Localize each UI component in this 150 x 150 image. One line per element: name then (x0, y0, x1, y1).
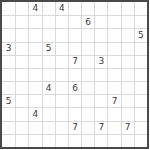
clue-cell-r6-c5: 6 (68, 81, 81, 94)
empty-cell-r10-c1[interactable] (15, 134, 28, 147)
empty-cell-r5-c1[interactable] (15, 68, 28, 81)
empty-cell-r0-c10[interactable] (134, 2, 147, 15)
empty-cell-r5-c9[interactable] (121, 68, 134, 81)
empty-cell-r10-c4[interactable] (55, 134, 68, 147)
empty-cell-r2-c4[interactable] (55, 28, 68, 41)
empty-cell-r4-c1[interactable] (15, 55, 28, 68)
empty-cell-r0-c9[interactable] (121, 2, 134, 15)
empty-cell-r2-c8[interactable] (107, 28, 120, 41)
clue-cell-r3-c0: 3 (2, 42, 15, 55)
empty-cell-r1-c9[interactable] (121, 15, 134, 28)
empty-cell-r4-c3[interactable] (42, 55, 55, 68)
empty-cell-r1-c0[interactable] (2, 15, 15, 28)
empty-cell-r0-c1[interactable] (15, 2, 28, 15)
empty-cell-r4-c10[interactable] (134, 55, 147, 68)
empty-cell-r4-c8[interactable] (107, 55, 120, 68)
empty-cell-r5-c10[interactable] (134, 68, 147, 81)
empty-cell-r7-c1[interactable] (15, 94, 28, 107)
clue-cell-r7-c8: 7 (107, 94, 120, 107)
empty-cell-r6-c10[interactable] (134, 81, 147, 94)
empty-cell-r5-c7[interactable] (94, 68, 107, 81)
clue-cell-r4-c7: 3 (94, 55, 107, 68)
empty-cell-r2-c9[interactable] (121, 28, 134, 41)
empty-cell-r2-c5[interactable] (68, 28, 81, 41)
empty-cell-r9-c6[interactable] (81, 121, 94, 134)
empty-cell-r5-c4[interactable] (55, 68, 68, 81)
empty-cell-r8-c7[interactable] (94, 107, 107, 120)
clue-cell-r6-c3: 4 (42, 81, 55, 94)
empty-cell-r0-c0[interactable] (2, 2, 15, 15)
empty-cell-r4-c4[interactable] (55, 55, 68, 68)
empty-cell-r8-c3[interactable] (42, 107, 55, 120)
empty-cell-r3-c5[interactable] (68, 42, 81, 55)
clue-cell-r0-c2: 4 (28, 2, 41, 15)
empty-cell-r9-c0[interactable] (2, 121, 15, 134)
empty-cell-r5-c8[interactable] (107, 68, 120, 81)
empty-cell-r9-c1[interactable] (15, 121, 28, 134)
empty-cell-r1-c4[interactable] (55, 15, 68, 28)
empty-cell-r6-c1[interactable] (15, 81, 28, 94)
empty-cell-r0-c6[interactable] (81, 2, 94, 15)
clue-cell-r9-c9: 7 (121, 121, 134, 134)
empty-cell-r1-c10[interactable] (134, 15, 147, 28)
empty-cell-r5-c6[interactable] (81, 68, 94, 81)
clue-cell-r4-c5: 7 (68, 55, 81, 68)
empty-cell-r5-c2[interactable] (28, 68, 41, 81)
empty-cell-r6-c2[interactable] (28, 81, 41, 94)
clue-cell-r1-c6: 6 (81, 15, 94, 28)
empty-cell-r2-c2[interactable] (28, 28, 41, 41)
empty-cell-r2-c6[interactable] (81, 28, 94, 41)
empty-cell-r3-c1[interactable] (15, 42, 28, 55)
empty-cell-r3-c7[interactable] (94, 42, 107, 55)
clue-cell-r9-c5: 7 (68, 121, 81, 134)
empty-cell-r1-c3[interactable] (42, 15, 55, 28)
empty-cell-r2-c7[interactable] (94, 28, 107, 41)
empty-cell-r6-c4[interactable] (55, 81, 68, 94)
empty-cell-r0-c8[interactable] (107, 2, 120, 15)
empty-cell-r9-c4[interactable] (55, 121, 68, 134)
empty-cell-r9-c2[interactable] (28, 121, 41, 134)
empty-cell-r7-c10[interactable] (134, 94, 147, 107)
empty-cell-r4-c6[interactable] (81, 55, 94, 68)
empty-cell-r6-c7[interactable] (94, 81, 107, 94)
empty-cell-r3-c8[interactable] (107, 42, 120, 55)
empty-cell-r6-c8[interactable] (107, 81, 120, 94)
empty-cell-r1-c5[interactable] (68, 15, 81, 28)
empty-cell-r10-c10[interactable] (134, 134, 147, 147)
empty-cell-r9-c8[interactable] (107, 121, 120, 134)
empty-cell-r8-c0[interactable] (2, 107, 15, 120)
clue-cell-r8-c2: 4 (28, 107, 41, 120)
empty-cell-r10-c9[interactable] (121, 134, 134, 147)
empty-cell-r6-c6[interactable] (81, 81, 94, 94)
empty-cell-r7-c7[interactable] (94, 94, 107, 107)
empty-cell-r10-c2[interactable] (28, 134, 41, 147)
empty-cell-r10-c8[interactable] (107, 134, 120, 147)
empty-cell-r2-c3[interactable] (42, 28, 55, 41)
empty-cell-r1-c1[interactable] (15, 15, 28, 28)
empty-cell-r8-c4[interactable] (55, 107, 68, 120)
clue-cell-r7-c0: 5 (2, 94, 15, 107)
empty-cell-r2-c0[interactable] (2, 28, 15, 41)
clue-cell-r3-c3: 5 (42, 42, 55, 55)
empty-cell-r10-c6[interactable] (81, 134, 94, 147)
clue-cell-r2-c10: 5 (134, 28, 147, 41)
empty-cell-r7-c4[interactable] (55, 94, 68, 107)
empty-cell-r5-c5[interactable] (68, 68, 81, 81)
empty-cell-r6-c9[interactable] (121, 81, 134, 94)
empty-cell-r10-c7[interactable] (94, 134, 107, 147)
empty-cell-r2-c1[interactable] (15, 28, 28, 41)
empty-cell-r1-c7[interactable] (94, 15, 107, 28)
empty-cell-r10-c5[interactable] (68, 134, 81, 147)
empty-cell-r1-c2[interactable] (28, 15, 41, 28)
empty-cell-r0-c5[interactable] (68, 2, 81, 15)
empty-cell-r10-c3[interactable] (42, 134, 55, 147)
empty-cell-r3-c2[interactable] (28, 42, 41, 55)
empty-cell-r8-c5[interactable] (68, 107, 81, 120)
empty-cell-r1-c8[interactable] (107, 15, 120, 28)
empty-cell-r5-c0[interactable] (2, 68, 15, 81)
empty-cell-r8-c6[interactable] (81, 107, 94, 120)
empty-cell-r9-c10[interactable] (134, 121, 147, 134)
empty-cell-r4-c0[interactable] (2, 55, 15, 68)
empty-cell-r3-c10[interactable] (134, 42, 147, 55)
clue-cell-r9-c7: 7 (94, 121, 107, 134)
empty-cell-r8-c1[interactable] (15, 107, 28, 120)
empty-cell-r7-c2[interactable] (28, 94, 41, 107)
empty-cell-r9-c3[interactable] (42, 121, 55, 134)
empty-cell-r4-c9[interactable] (121, 55, 134, 68)
empty-cell-r3-c6[interactable] (81, 42, 94, 55)
empty-cell-r8-c10[interactable] (134, 107, 147, 120)
empty-cell-r8-c9[interactable] (121, 107, 134, 120)
clue-cell-r0-c4: 4 (55, 2, 68, 15)
empty-cell-r4-c2[interactable] (28, 55, 41, 68)
empty-cell-r10-c0[interactable] (2, 134, 15, 147)
empty-cell-r7-c9[interactable] (121, 94, 134, 107)
empty-cell-r3-c4[interactable] (55, 42, 68, 55)
minesweeper-board: 4465357346574777 (0, 0, 149, 149)
empty-cell-r7-c5[interactable] (68, 94, 81, 107)
empty-cell-r0-c7[interactable] (94, 2, 107, 15)
empty-cell-r8-c8[interactable] (107, 107, 120, 120)
empty-cell-r0-c3[interactable] (42, 2, 55, 15)
empty-cell-r7-c6[interactable] (81, 94, 94, 107)
empty-cell-r6-c0[interactable] (2, 81, 15, 94)
empty-cell-r7-c3[interactable] (42, 94, 55, 107)
empty-cell-r5-c3[interactable] (42, 68, 55, 81)
empty-cell-r3-c9[interactable] (121, 42, 134, 55)
